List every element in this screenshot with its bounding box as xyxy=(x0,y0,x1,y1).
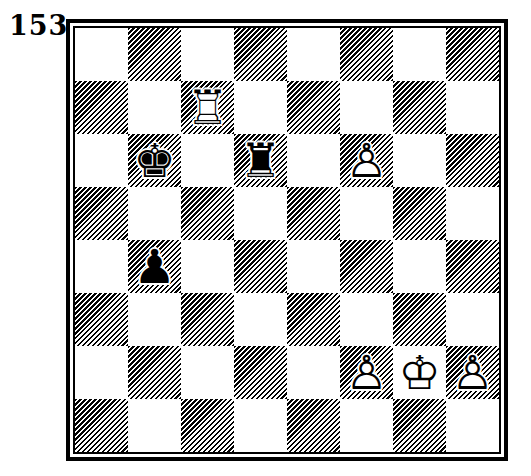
piece-white-pawn-h2: ♙ xyxy=(446,346,499,399)
chess-board-inner-frame: ♜♖♚♚♜♜♟♙♟♟♟♙♚♔♟♙ xyxy=(73,26,501,454)
square-b2 xyxy=(128,346,181,399)
chess-board: ♜♖♚♚♜♜♟♙♟♟♟♙♚♔♟♙ xyxy=(66,19,508,461)
chess-board-grid: ♜♖♚♚♜♜♟♙♟♟♟♙♚♔♟♙ xyxy=(75,28,499,452)
square-b7 xyxy=(128,81,181,134)
square-a6 xyxy=(75,134,128,187)
square-c8 xyxy=(181,28,234,81)
piece-black-rook-d6: ♜ xyxy=(234,134,287,187)
square-c5 xyxy=(181,187,234,240)
square-f5 xyxy=(340,187,393,240)
square-g1 xyxy=(393,399,446,452)
square-g2: ♚♔ xyxy=(393,346,446,399)
piece-white-pawn-f6: ♙ xyxy=(340,134,393,187)
square-e6 xyxy=(287,134,340,187)
piece-halo-black-rook-d6: ♜ xyxy=(234,134,287,187)
piece-halo-white-pawn-f2: ♟ xyxy=(340,346,393,399)
square-h1 xyxy=(446,399,499,452)
square-d2 xyxy=(234,346,287,399)
square-d6: ♜♜ xyxy=(234,134,287,187)
square-h8 xyxy=(446,28,499,81)
square-d8 xyxy=(234,28,287,81)
piece-halo-white-pawn-h2: ♟ xyxy=(446,346,499,399)
square-a3 xyxy=(75,293,128,346)
square-b6: ♚♚ xyxy=(128,134,181,187)
square-e1 xyxy=(287,399,340,452)
piece-black-king-b6: ♚ xyxy=(128,134,181,187)
square-h3 xyxy=(446,293,499,346)
square-e7 xyxy=(287,81,340,134)
square-h2: ♟♙ xyxy=(446,346,499,399)
square-f6: ♟♙ xyxy=(340,134,393,187)
piece-white-king-g2: ♔ xyxy=(393,346,446,399)
piece-black-pawn-b4: ♟ xyxy=(128,240,181,293)
square-f1 xyxy=(340,399,393,452)
square-e4 xyxy=(287,240,340,293)
square-a1 xyxy=(75,399,128,452)
square-g3 xyxy=(393,293,446,346)
piece-halo-white-pawn-f6: ♟ xyxy=(340,134,393,187)
square-f8 xyxy=(340,28,393,81)
square-f2: ♟♙ xyxy=(340,346,393,399)
square-a8 xyxy=(75,28,128,81)
square-d1 xyxy=(234,399,287,452)
piece-halo-black-king-b6: ♚ xyxy=(128,134,181,187)
square-d4 xyxy=(234,240,287,293)
square-a5 xyxy=(75,187,128,240)
piece-halo-black-pawn-b4: ♟ xyxy=(128,240,181,293)
square-e8 xyxy=(287,28,340,81)
square-e3 xyxy=(287,293,340,346)
square-a7 xyxy=(75,81,128,134)
square-b8 xyxy=(128,28,181,81)
square-f4 xyxy=(340,240,393,293)
diagram-number: 153 xyxy=(9,12,68,39)
square-c7: ♜♖ xyxy=(181,81,234,134)
square-g6 xyxy=(393,134,446,187)
square-f3 xyxy=(340,293,393,346)
square-h4 xyxy=(446,240,499,293)
square-b1 xyxy=(128,399,181,452)
square-g7 xyxy=(393,81,446,134)
square-d5 xyxy=(234,187,287,240)
square-d3 xyxy=(234,293,287,346)
square-c6 xyxy=(181,134,234,187)
square-g8 xyxy=(393,28,446,81)
square-c1 xyxy=(181,399,234,452)
piece-white-rook-c7: ♖ xyxy=(181,81,234,134)
square-c2 xyxy=(181,346,234,399)
square-c4 xyxy=(181,240,234,293)
square-g5 xyxy=(393,187,446,240)
square-f7 xyxy=(340,81,393,134)
square-h7 xyxy=(446,81,499,134)
square-b3 xyxy=(128,293,181,346)
square-d7 xyxy=(234,81,287,134)
square-g4 xyxy=(393,240,446,293)
square-b4: ♟♟ xyxy=(128,240,181,293)
square-b5 xyxy=(128,187,181,240)
piece-white-pawn-f2: ♙ xyxy=(340,346,393,399)
square-h6 xyxy=(446,134,499,187)
square-a4 xyxy=(75,240,128,293)
square-c3 xyxy=(181,293,234,346)
square-e5 xyxy=(287,187,340,240)
chess-diagram-page: 153 ♜♖♚♚♜♜♟♙♟♟♟♙♚♔♟♙ xyxy=(0,0,531,476)
square-a2 xyxy=(75,346,128,399)
square-h5 xyxy=(446,187,499,240)
piece-halo-white-king-g2: ♚ xyxy=(393,346,446,399)
square-e2 xyxy=(287,346,340,399)
piece-halo-white-rook-c7: ♜ xyxy=(181,81,234,134)
